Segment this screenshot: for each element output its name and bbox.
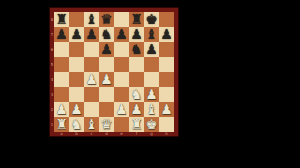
stage: ♜♝♛♜♚♟♟♟♞♟♟♝♟♟♞♟♟♟♞♟♟♟♟♟♝♟♜♞♝♛♜♚ 8765432… <box>0 0 300 168</box>
piece-white-pawn[interactable]: ♟ <box>115 102 127 117</box>
file-label-g: g <box>144 132 159 136</box>
file-label-d: d <box>99 132 114 136</box>
square-b4[interactable] <box>69 72 84 87</box>
square-a4[interactable] <box>54 72 69 87</box>
square-c5[interactable] <box>84 57 99 72</box>
piece-white-pawn[interactable]: ♟ <box>85 72 97 87</box>
square-h1[interactable] <box>159 117 174 132</box>
square-e6[interactable] <box>114 42 129 57</box>
square-b7[interactable]: ♟ <box>69 27 84 42</box>
square-f3[interactable]: ♞ <box>129 87 144 102</box>
file-label-f: f <box>129 132 144 136</box>
square-a8[interactable]: ♜ <box>54 12 69 27</box>
square-a1[interactable]: ♜ <box>54 117 69 132</box>
square-e3[interactable] <box>114 87 129 102</box>
square-c7[interactable]: ♟ <box>84 27 99 42</box>
piece-black-knight[interactable]: ♞ <box>130 42 142 57</box>
square-e4[interactable] <box>114 72 129 87</box>
square-g6[interactable]: ♟ <box>144 42 159 57</box>
piece-black-pawn[interactable]: ♟ <box>160 27 172 42</box>
square-f1[interactable]: ♜ <box>129 117 144 132</box>
square-c8[interactable]: ♝ <box>84 12 99 27</box>
rank-label-3: 3 <box>50 87 54 102</box>
rank-labels: 87654321 <box>50 12 54 132</box>
file-label-c: c <box>84 132 99 136</box>
rank-label-7: 7 <box>50 27 54 42</box>
square-g2[interactable]: ♝ <box>144 102 159 117</box>
piece-white-knight[interactable]: ♞ <box>70 117 82 132</box>
square-b5[interactable] <box>69 57 84 72</box>
file-label-a: a <box>54 132 69 136</box>
square-c3[interactable] <box>84 87 99 102</box>
square-a7[interactable]: ♟ <box>54 27 69 42</box>
square-f4[interactable] <box>129 72 144 87</box>
square-e7[interactable]: ♟ <box>114 27 129 42</box>
square-c6[interactable] <box>84 42 99 57</box>
piece-black-pawn[interactable]: ♟ <box>85 27 97 42</box>
piece-black-bishop[interactable]: ♝ <box>145 27 157 42</box>
square-d4[interactable]: ♟ <box>99 72 114 87</box>
piece-black-pawn[interactable]: ♟ <box>55 27 67 42</box>
piece-white-rook[interactable]: ♜ <box>130 117 142 132</box>
piece-black-pawn[interactable]: ♟ <box>115 27 127 42</box>
square-h6[interactable] <box>159 42 174 57</box>
file-label-b: b <box>69 132 84 136</box>
piece-white-knight[interactable]: ♞ <box>130 87 142 102</box>
square-g1[interactable]: ♚ <box>144 117 159 132</box>
piece-white-rook[interactable]: ♜ <box>55 117 67 132</box>
square-b3[interactable] <box>69 87 84 102</box>
square-g4[interactable] <box>144 72 159 87</box>
piece-black-knight[interactable]: ♞ <box>100 27 112 42</box>
rank-label-1: 1 <box>50 117 54 132</box>
square-h3[interactable] <box>159 87 174 102</box>
square-h4[interactable] <box>159 72 174 87</box>
square-f2[interactable]: ♟ <box>129 102 144 117</box>
file-label-h: h <box>159 132 174 136</box>
square-e1[interactable] <box>114 117 129 132</box>
square-g3[interactable]: ♟ <box>144 87 159 102</box>
square-f7[interactable]: ♟ <box>129 27 144 42</box>
square-f6[interactable]: ♞ <box>129 42 144 57</box>
square-e8[interactable] <box>114 12 129 27</box>
square-a2[interactable]: ♟ <box>54 102 69 117</box>
square-a6[interactable] <box>54 42 69 57</box>
rank-label-6: 6 <box>50 42 54 57</box>
file-labels: abcdefgh <box>54 132 174 136</box>
file-label-e: e <box>114 132 129 136</box>
piece-white-pawn[interactable]: ♟ <box>55 102 67 117</box>
square-g7[interactable]: ♝ <box>144 27 159 42</box>
piece-white-king[interactable]: ♚ <box>145 117 157 132</box>
rank-label-5: 5 <box>50 57 54 72</box>
square-g8[interactable]: ♚ <box>144 12 159 27</box>
square-d6[interactable]: ♟ <box>99 42 114 57</box>
piece-white-queen[interactable]: ♛ <box>100 117 112 132</box>
square-a5[interactable] <box>54 57 69 72</box>
piece-black-pawn[interactable]: ♟ <box>70 27 82 42</box>
piece-white-pawn[interactable]: ♟ <box>100 72 112 87</box>
square-h7[interactable]: ♟ <box>159 27 174 42</box>
square-h5[interactable] <box>159 57 174 72</box>
square-d2[interactable] <box>99 102 114 117</box>
square-d3[interactable] <box>99 87 114 102</box>
square-c2[interactable] <box>84 102 99 117</box>
square-c1[interactable]: ♝ <box>84 117 99 132</box>
piece-black-rook[interactable]: ♜ <box>130 12 142 27</box>
board-frame: ♜♝♛♜♚♟♟♟♞♟♟♝♟♟♞♟♟♟♞♟♟♟♟♟♝♟♜♞♝♛♜♚ 8765432… <box>50 8 178 136</box>
piece-black-queen[interactable]: ♛ <box>100 12 112 27</box>
piece-white-bishop[interactable]: ♝ <box>85 117 97 132</box>
square-d1[interactable]: ♛ <box>99 117 114 132</box>
square-h2[interactable]: ♟ <box>159 102 174 117</box>
square-e5[interactable] <box>114 57 129 72</box>
piece-white-pawn[interactable]: ♟ <box>145 87 157 102</box>
piece-white-pawn[interactable]: ♟ <box>160 102 172 117</box>
piece-black-pawn[interactable]: ♟ <box>100 42 112 57</box>
square-e2[interactable]: ♟ <box>114 102 129 117</box>
square-d8[interactable]: ♛ <box>99 12 114 27</box>
rank-label-4: 4 <box>50 72 54 87</box>
square-h8[interactable] <box>159 12 174 27</box>
square-b2[interactable]: ♟ <box>69 102 84 117</box>
square-b8[interactable] <box>69 12 84 27</box>
rank-label-2: 2 <box>50 102 54 117</box>
piece-black-king[interactable]: ♚ <box>145 12 157 27</box>
square-g5[interactable] <box>144 57 159 72</box>
chess-board: ♜♝♛♜♚♟♟♟♞♟♟♝♟♟♞♟♟♟♞♟♟♟♟♟♝♟♜♞♝♛♜♚ <box>54 12 174 132</box>
square-f8[interactable]: ♜ <box>129 12 144 27</box>
square-d7[interactable]: ♞ <box>99 27 114 42</box>
piece-white-bishop[interactable]: ♝ <box>145 102 157 117</box>
square-b6[interactable] <box>69 42 84 57</box>
square-f5[interactable] <box>129 57 144 72</box>
piece-black-pawn[interactable]: ♟ <box>145 42 157 57</box>
piece-black-rook[interactable]: ♜ <box>55 12 67 27</box>
piece-white-pawn[interactable]: ♟ <box>70 102 82 117</box>
square-d5[interactable] <box>99 57 114 72</box>
piece-white-pawn[interactable]: ♟ <box>130 102 142 117</box>
piece-black-pawn[interactable]: ♟ <box>130 27 142 42</box>
square-c4[interactable]: ♟ <box>84 72 99 87</box>
rank-label-8: 8 <box>50 12 54 27</box>
square-b1[interactable]: ♞ <box>69 117 84 132</box>
square-a3[interactable] <box>54 87 69 102</box>
piece-black-bishop[interactable]: ♝ <box>85 12 97 27</box>
